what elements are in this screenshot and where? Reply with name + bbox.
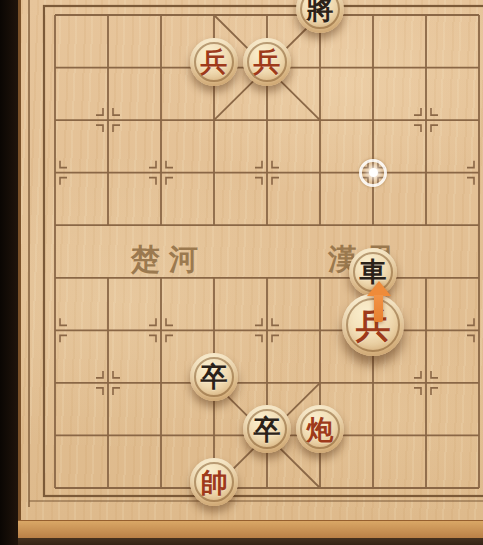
intersection-f3-r5[interactable] (188, 251, 241, 304)
intersection-f8-r9[interactable] (453, 462, 483, 515)
intersection-f2-r5[interactable] (135, 251, 188, 304)
intersection-f2-r9[interactable] (135, 462, 188, 515)
intersection-f8-r7[interactable] (453, 357, 483, 410)
intersection-f0-r3[interactable] (29, 146, 82, 199)
intersection-f1-r1[interactable] (82, 41, 135, 94)
table-left-edge (0, 0, 18, 545)
intersection-f2-r6[interactable] (135, 304, 188, 357)
intersection-f6-r7[interactable] (347, 357, 400, 410)
intersection-f8-r8[interactable] (453, 409, 483, 462)
intersection-f4-r6[interactable] (241, 304, 294, 357)
intersection-f0-r2[interactable] (29, 94, 82, 147)
piece-char: 帥 (201, 469, 228, 496)
intersection-f0-r0[interactable] (29, 0, 82, 41)
intersection-f3-r8[interactable] (188, 409, 241, 462)
intersection-f4-r2[interactable] (241, 94, 294, 147)
intersection-f1-r6[interactable] (82, 304, 135, 357)
piece-red-soldier-1[interactable]: 兵 (190, 38, 238, 86)
intersection-f1-r5[interactable] (82, 251, 135, 304)
piece-red-general[interactable]: 帥 (190, 458, 238, 506)
intersection-f0-r6[interactable] (29, 304, 82, 357)
intersection-f7-r8[interactable] (400, 409, 453, 462)
arrow-shaft (374, 295, 383, 322)
intersection-f4-r7[interactable] (241, 357, 294, 410)
intersection-f0-r4[interactable] (29, 199, 82, 252)
intersection-f5-r5[interactable] (294, 251, 347, 304)
intersection-f1-r7[interactable] (82, 357, 135, 410)
game-screen: 楚河 漢界 將兵兵車兵卒卒炮帥 (0, 0, 483, 545)
piece-red-soldier-2[interactable]: 兵 (243, 38, 291, 86)
intersection-f7-r4[interactable] (400, 199, 453, 252)
intersection-f8-r5[interactable] (453, 251, 483, 304)
intersection-f0-r7[interactable] (29, 357, 82, 410)
intersection-f8-r6[interactable] (453, 304, 483, 357)
intersection-f1-r2[interactable] (82, 94, 135, 147)
intersection-f1-r0[interactable] (82, 0, 135, 41)
piece-char: 卒 (201, 363, 228, 390)
piece-char: 兵 (254, 48, 281, 75)
intersection-f5-r3[interactable] (294, 146, 347, 199)
intersection-f6-r8[interactable] (347, 409, 400, 462)
intersection-f6-r4[interactable] (347, 199, 400, 252)
intersection-f1-r8[interactable] (82, 409, 135, 462)
intersection-f1-r3[interactable] (82, 146, 135, 199)
piece-char: 將 (307, 0, 334, 23)
intersection-f6-r0[interactable] (347, 0, 400, 41)
move-target-reticle-icon[interactable] (359, 159, 387, 187)
intersection-f3-r0[interactable] (188, 0, 241, 41)
intersection-f5-r6[interactable] (294, 304, 347, 357)
intersection-f4-r4[interactable] (241, 199, 294, 252)
intersection-f2-r0[interactable] (135, 0, 188, 41)
intersection-f4-r5[interactable] (241, 251, 294, 304)
intersection-f5-r2[interactable] (294, 94, 347, 147)
intersection-f2-r7[interactable] (135, 357, 188, 410)
intersection-f4-r0[interactable] (241, 0, 294, 41)
intersection-f8-r3[interactable] (453, 146, 483, 199)
piece-char: 卒 (254, 416, 281, 443)
intersection-f7-r7[interactable] (400, 357, 453, 410)
table-front-bevel (0, 520, 483, 538)
intersection-f4-r3[interactable] (241, 146, 294, 199)
intersection-f3-r6[interactable] (188, 304, 241, 357)
intersection-f5-r9[interactable] (294, 462, 347, 515)
intersection-f7-r6[interactable] (400, 304, 453, 357)
piece-char: 炮 (307, 416, 334, 443)
intersection-f2-r4[interactable] (135, 199, 188, 252)
intersection-f2-r1[interactable] (135, 41, 188, 94)
intersection-f8-r2[interactable] (453, 94, 483, 147)
intersection-f3-r4[interactable] (188, 199, 241, 252)
intersection-f6-r9[interactable] (347, 462, 400, 515)
intersection-f6-r2[interactable] (347, 94, 400, 147)
intersection-f1-r9[interactable] (82, 462, 135, 515)
intersection-f8-r0[interactable] (453, 0, 483, 41)
intersection-f7-r9[interactable] (400, 462, 453, 515)
intersection-f0-r9[interactable] (29, 462, 82, 515)
intersection-f7-r0[interactable] (400, 0, 453, 41)
intersection-f0-r5[interactable] (29, 251, 82, 304)
intersection-f7-r2[interactable] (400, 94, 453, 147)
intersection-f0-r8[interactable] (29, 409, 82, 462)
intersection-f5-r4[interactable] (294, 199, 347, 252)
intersection-f3-r2[interactable] (188, 94, 241, 147)
intersection-f8-r4[interactable] (453, 199, 483, 252)
intersection-f0-r1[interactable] (29, 41, 82, 94)
intersection-f3-r3[interactable] (188, 146, 241, 199)
intersection-f8-r1[interactable] (453, 41, 483, 94)
intersection-f2-r8[interactable] (135, 409, 188, 462)
intersection-f7-r5[interactable] (400, 251, 453, 304)
intersection-f2-r2[interactable] (135, 94, 188, 147)
piece-char: 兵 (201, 48, 228, 75)
piece-black-soldier-1[interactable]: 卒 (190, 353, 238, 401)
intersection-f6-r1[interactable] (347, 41, 400, 94)
arrow-head (367, 281, 391, 296)
intersection-f7-r3[interactable] (400, 146, 453, 199)
intersection-f4-r9[interactable] (241, 462, 294, 515)
table-base-shadow (0, 538, 483, 545)
intersection-f2-r3[interactable] (135, 146, 188, 199)
last-move-up-arrow-icon (366, 281, 391, 322)
intersection-f1-r4[interactable] (82, 199, 135, 252)
intersection-f7-r1[interactable] (400, 41, 453, 94)
intersection-f5-r1[interactable] (294, 41, 347, 94)
intersection-f5-r7[interactable] (294, 357, 347, 410)
